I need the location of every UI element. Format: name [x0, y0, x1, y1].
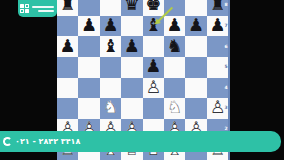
piece-body: ♝ [145, 16, 161, 34]
piece-white-knight[interactable]: ♞♘ [100, 98, 121, 119]
square-a7[interactable] [57, 16, 78, 37]
logo-cell [25, 4, 29, 8]
piece-body: ♟ [167, 16, 183, 34]
square-b4[interactable] [78, 78, 99, 99]
piece-black-bishop[interactable]: ♝ [143, 16, 164, 37]
square-h5[interactable]: 5 [207, 57, 228, 78]
piece-black-pawn[interactable]: ♟ [164, 16, 185, 37]
square-f6[interactable]: ♞ [164, 36, 185, 57]
rank-label: 8 [225, 3, 228, 8]
square-h4[interactable]: 4 [207, 78, 228, 99]
logo-cell [20, 9, 24, 13]
chess-school-logo-icon [20, 4, 29, 13]
square-d3[interactable] [121, 98, 142, 119]
piece-body: ♟ [103, 16, 119, 34]
square-c7[interactable]: ♟ [100, 16, 121, 37]
brand-text-line [38, 10, 54, 12]
piece-body: ♜ [210, 0, 226, 13]
logo-cell [25, 9, 29, 13]
square-d7[interactable] [121, 16, 142, 37]
piece-black-pawn[interactable]: ♟ [78, 16, 99, 37]
rank-label: 7 [225, 24, 228, 29]
piece-body: ♛ [124, 0, 140, 13]
square-a6[interactable]: ♟ [57, 36, 78, 57]
piece-body: ♝ [103, 37, 119, 55]
square-c3[interactable]: ♞♘ [100, 98, 121, 119]
piece-white-pawn[interactable]: ♟♙ [143, 78, 164, 99]
square-e6[interactable] [143, 36, 164, 57]
square-a8[interactable]: ♜ [57, 0, 78, 16]
square-c8[interactable] [100, 0, 121, 16]
square-c4[interactable] [100, 78, 121, 99]
square-d5[interactable] [121, 57, 142, 78]
square-g3[interactable] [185, 98, 206, 119]
rank-label: 5 [225, 65, 228, 70]
piece-black-pawn[interactable]: ♟ [100, 16, 121, 37]
logo-cell [20, 4, 24, 8]
square-f7[interactable]: ♟ [164, 16, 185, 37]
piece-body: ♚ [145, 0, 161, 13]
square-h7[interactable]: ♟7 [207, 16, 228, 37]
phone-banner: ۰۲۱ - ۲۸۴۲ ۳۴۱۸ [0, 131, 281, 152]
square-a3[interactable] [57, 98, 78, 119]
piece-body: ♟ [60, 37, 76, 55]
square-d8[interactable]: ♛ [121, 0, 142, 16]
piece-black-pawn[interactable]: ♟ [121, 36, 142, 57]
piece-black-pawn[interactable]: ♟ [143, 57, 164, 78]
piece-black-rook[interactable]: ♜ [57, 0, 78, 16]
square-b3[interactable] [78, 98, 99, 119]
square-a5[interactable] [57, 57, 78, 78]
square-g5[interactable] [185, 57, 206, 78]
piece-body: ♟ [145, 58, 161, 76]
piece-outline: ♙ [210, 99, 226, 117]
square-b5[interactable] [78, 57, 99, 78]
piece-body: ♟ [188, 16, 204, 34]
square-g7[interactable]: ♟ [185, 16, 206, 37]
square-e5[interactable]: ♟ [143, 57, 164, 78]
piece-outline: ♙ [145, 78, 161, 96]
square-g4[interactable] [185, 78, 206, 99]
square-e8[interactable]: ♚ [143, 0, 164, 16]
rank-label: 3 [225, 106, 228, 111]
piece-outline: ♘ [167, 99, 183, 117]
piece-black-pawn[interactable]: ♟ [57, 36, 78, 57]
square-b6[interactable] [78, 36, 99, 57]
piece-white-knight[interactable]: ♞♘ [164, 98, 185, 119]
video-frame: { "game": "chess", "position": { "fen": … [0, 0, 284, 160]
square-c5[interactable] [100, 57, 121, 78]
square-f4[interactable] [164, 78, 185, 99]
rank-label: 4 [225, 86, 228, 91]
piece-black-queen[interactable]: ♛ [121, 0, 142, 16]
piece-body: ♞ [167, 37, 183, 55]
square-e4[interactable]: ♟♙ [143, 78, 164, 99]
square-h3[interactable]: ♟♙3 [207, 98, 228, 119]
phone-number-text: ۰۲۱ - ۲۸۴۲ ۳۴۱۸ [15, 137, 80, 146]
square-c6[interactable]: ♝ [100, 36, 121, 57]
brand-text-line [32, 6, 54, 8]
piece-body: ♟ [210, 16, 226, 34]
piece-black-bishop[interactable]: ♝ [100, 36, 121, 57]
square-e7[interactable]: ♝ [143, 16, 164, 37]
square-a4[interactable] [57, 78, 78, 99]
piece-black-knight[interactable]: ♞ [164, 36, 185, 57]
square-b8[interactable] [78, 0, 99, 16]
square-f5[interactable] [164, 57, 185, 78]
piece-body: ♟ [124, 37, 140, 55]
rank-label: 6 [225, 44, 228, 49]
square-h6[interactable]: 6 [207, 36, 228, 57]
square-e3[interactable] [143, 98, 164, 119]
phone-crescent-icon [3, 137, 12, 146]
square-b7[interactable]: ♟ [78, 16, 99, 37]
square-d6[interactable]: ♟ [121, 36, 142, 57]
square-g6[interactable] [185, 36, 206, 57]
piece-body: ♜ [60, 0, 76, 13]
piece-black-king[interactable]: ♚ [143, 0, 164, 16]
piece-body: ♟ [81, 16, 97, 34]
brand-text-lines [31, 6, 55, 12]
square-f3[interactable]: ♞♘ [164, 98, 185, 119]
square-g8[interactable] [185, 0, 206, 16]
square-h8[interactable]: ♜8 [207, 0, 228, 16]
piece-black-pawn[interactable]: ♟ [185, 16, 206, 37]
square-d4[interactable] [121, 78, 142, 99]
brand-watermark-badge [18, 0, 57, 17]
square-f8[interactable] [164, 0, 185, 16]
piece-outline: ♘ [103, 99, 119, 117]
